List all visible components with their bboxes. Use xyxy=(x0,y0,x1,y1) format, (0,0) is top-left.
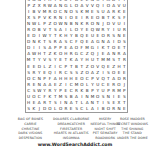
word-list-item: DESPERATION xyxy=(19,136,42,141)
grid-cell: E xyxy=(122,106,127,112)
word-list-column: ROSE MADDERSECRET WINDOWSTHE SHININGTHE … xyxy=(119,117,146,141)
word-list-item: INSOMNIA xyxy=(63,136,80,141)
word-search-grid: SGNIHTLUFDEENKIMDYTPZXRWANGLOAVVQIOAVUIB… xyxy=(25,0,128,113)
site-url[interactable]: www.WordSearchAddict.com xyxy=(0,142,150,147)
word-list-column: BAG OF BONESCARRIECHRISTINEDARK VISIONSD… xyxy=(10,117,51,141)
word-list: BAG OF BONESCARRIECHRISTINEDARK VISIONSD… xyxy=(10,117,146,141)
word-list-column: MISERYNEEDFUL THINGSNIGHT SHIFTPET SEMAT… xyxy=(92,117,119,141)
word-list-item: ROADWORK xyxy=(95,136,115,141)
word-list-item: UNDER THE DOME xyxy=(117,136,148,141)
word-list-column: DOLORES CLAIBORNEDREAMCATCHERFIRESTARTER… xyxy=(51,117,92,141)
